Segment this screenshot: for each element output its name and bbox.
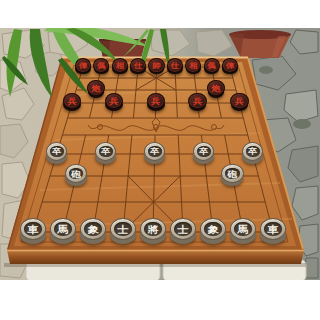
piece-red-horse-file8[interactable]: 傌: [204, 58, 220, 74]
piece-character: 馬: [57, 224, 68, 234]
piece-top: 傌: [93, 58, 109, 73]
piece-black-cannon-file2[interactable]: 砲: [65, 164, 88, 187]
piece-inlay: 車: [24, 222, 41, 236]
piece-top: 兵: [188, 93, 206, 109]
piece-character: 車: [267, 224, 278, 234]
piece-red-cannon-file2[interactable]: 炮: [87, 80, 105, 98]
piece-character: 車: [27, 224, 38, 234]
piece-black-soldier-file9[interactable]: 卒: [242, 142, 264, 164]
piece-inlay: 馬: [54, 222, 71, 236]
piece-character: 俥: [79, 62, 87, 69]
piece-black-cannon-file8[interactable]: 砲: [221, 164, 244, 187]
piece-inlay: 士: [114, 222, 131, 236]
piece-black-soldier-file1[interactable]: 卒: [46, 142, 68, 164]
piece-black-advisor-file6[interactable]: 士: [170, 218, 196, 244]
piece-inlay: 象: [204, 222, 221, 236]
piece-character: 士: [117, 224, 128, 234]
piece-character: 兵: [109, 97, 118, 105]
piece-red-cannon-file8[interactable]: 炮: [207, 80, 225, 98]
piece-red-general-file5[interactable]: 帥: [148, 58, 164, 74]
piece-character: 兵: [151, 97, 160, 105]
piece-top: 兵: [105, 93, 123, 109]
piece-red-advisor-file6[interactable]: 仕: [167, 58, 183, 74]
piece-red-elephant-file3[interactable]: 相: [112, 58, 128, 74]
piece-inlay: 砲: [69, 168, 84, 180]
piece-inlay: 將: [144, 222, 161, 236]
piece-character: 砲: [71, 169, 81, 177]
piece-black-chariot-file9[interactable]: 車: [260, 218, 286, 244]
piece-red-elephant-file7[interactable]: 相: [185, 58, 201, 74]
piece-character: 帥: [152, 62, 160, 69]
white-border-bottom: [0, 280, 320, 320]
piece-red-horse-file2[interactable]: 傌: [93, 58, 109, 74]
piece-black-elephant-file7[interactable]: 象: [200, 218, 226, 244]
piece-top: 炮: [207, 80, 225, 96]
piece-black-soldier-file5[interactable]: 卒: [144, 142, 166, 164]
piece-character: 兵: [235, 97, 244, 105]
piece-top: 兵: [230, 93, 248, 109]
piece-inlay: 車: [264, 222, 281, 236]
piece-character: 仕: [134, 62, 142, 69]
piece-inlay: 卒: [99, 146, 113, 157]
piece-character: 兵: [193, 97, 202, 105]
piece-black-advisor-file4[interactable]: 士: [110, 218, 136, 244]
piece-top: 砲: [221, 164, 244, 184]
piece-red-chariot-file9[interactable]: 俥: [222, 58, 238, 74]
piece-red-soldier-file5[interactable]: 兵: [147, 93, 165, 111]
piece-red-soldier-file3[interactable]: 兵: [105, 93, 123, 111]
piece-character: 卒: [248, 148, 257, 156]
piece-top: 俥: [75, 58, 91, 73]
white-border-top: [0, 0, 320, 28]
piece-character: 象: [87, 224, 98, 234]
piece-inlay: 馬: [234, 222, 251, 236]
piece-character: 士: [177, 224, 188, 234]
piece-top: 俥: [222, 58, 238, 73]
piece-character: 卒: [199, 148, 208, 156]
piece-black-general-file5[interactable]: 將: [140, 218, 166, 244]
piece-inlay: 卒: [197, 146, 211, 157]
piece-inlay: 士: [174, 222, 191, 236]
piece-character: 相: [189, 62, 197, 69]
piece-inlay: 象: [84, 222, 101, 236]
piece-black-elephant-file3[interactable]: 象: [80, 218, 106, 244]
pieces-layer: 俥傌相仕帥仕相傌俥炮炮兵兵兵兵兵卒卒卒卒卒砲砲車馬象士將士象馬車: [0, 0, 320, 320]
piece-top: 相: [185, 58, 201, 73]
piece-character: 砲: [228, 169, 238, 177]
piece-inlay: 卒: [50, 146, 64, 157]
piece-character: 仕: [171, 62, 179, 69]
piece-black-horse-file8[interactable]: 馬: [230, 218, 256, 244]
piece-character: 馬: [237, 224, 248, 234]
piece-red-chariot-file1[interactable]: 俥: [75, 58, 91, 74]
piece-character: 傌: [97, 62, 105, 69]
piece-character: 俥: [226, 62, 234, 69]
piece-character: 卒: [52, 148, 61, 156]
piece-inlay: 砲: [225, 168, 240, 180]
piece-top: 帥: [148, 58, 164, 73]
piece-character: 卒: [150, 148, 159, 156]
piece-top: 炮: [87, 80, 105, 96]
piece-black-horse-file2[interactable]: 馬: [50, 218, 76, 244]
piece-character: 將: [147, 224, 158, 234]
piece-character: 炮: [92, 84, 101, 92]
piece-inlay: 卒: [148, 146, 162, 157]
piece-red-soldier-file1[interactable]: 兵: [63, 93, 81, 111]
photo-of-xiangqi-set: 俥傌相仕帥仕相傌俥炮炮兵兵兵兵兵卒卒卒卒卒砲砲車馬象士將士象馬車: [0, 0, 320, 320]
piece-black-soldier-file7[interactable]: 卒: [193, 142, 215, 164]
piece-top: 傌: [204, 58, 220, 73]
piece-red-soldier-file9[interactable]: 兵: [230, 93, 248, 111]
piece-character: 相: [116, 62, 124, 69]
piece-character: 象: [207, 224, 218, 234]
piece-top: 兵: [147, 93, 165, 109]
piece-character: 傌: [208, 62, 216, 69]
piece-character: 炮: [212, 84, 221, 92]
piece-character: 卒: [101, 148, 110, 156]
piece-top: 仕: [130, 58, 146, 73]
piece-red-soldier-file7[interactable]: 兵: [188, 93, 206, 111]
piece-top: 仕: [167, 58, 183, 73]
piece-black-soldier-file3[interactable]: 卒: [95, 142, 117, 164]
piece-black-chariot-file1[interactable]: 車: [20, 218, 46, 244]
piece-top: 相: [112, 58, 128, 73]
piece-red-advisor-file4[interactable]: 仕: [130, 58, 146, 74]
piece-inlay: 卒: [246, 146, 260, 157]
piece-character: 兵: [67, 97, 76, 105]
